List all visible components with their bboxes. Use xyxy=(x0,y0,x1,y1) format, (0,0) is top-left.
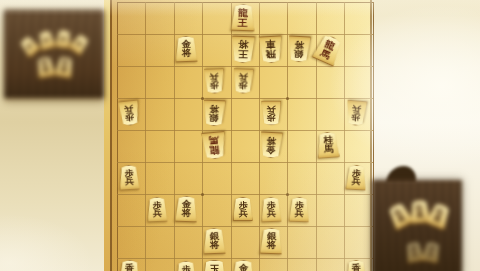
piece-kanji: 銀 xyxy=(209,113,219,122)
komadai-gote: 歩歩歩歩香車香車 xyxy=(4,9,104,99)
piece-kanji: 兵 xyxy=(267,105,276,113)
piece-kanji: 兵 xyxy=(267,209,276,218)
piece-kanji: 兵 xyxy=(411,251,419,259)
sente-gold-77[interactable]: 金将 xyxy=(174,196,197,223)
hand-lance: 香車 xyxy=(54,56,74,79)
sente-lance-19[interactable]: 香車 xyxy=(345,260,367,271)
piece-kanji: 歩 xyxy=(42,36,50,44)
piece-kanji: 歩 xyxy=(25,41,34,50)
piece-kanji: 兵 xyxy=(238,73,247,82)
hand-lance: 香車 xyxy=(35,56,55,79)
sente-gold-72[interactable]: 金将 xyxy=(174,36,197,63)
piece-kanji: 車 xyxy=(266,39,277,49)
piece-kanji: 将 xyxy=(181,209,191,218)
piece-kanji: 将 xyxy=(181,49,191,58)
gote-pawn-94[interactable]: 歩兵 xyxy=(118,100,141,127)
piece-kanji: 金 xyxy=(238,264,248,271)
sente-pawn-57[interactable]: 歩兵 xyxy=(233,197,254,222)
gote-king-52[interactable]: 王将 xyxy=(230,35,255,63)
sente-pawn-79[interactable]: 歩兵 xyxy=(175,260,196,271)
sente-horse-22[interactable]: 龍馬 xyxy=(312,32,345,66)
piece-kanji: 兵 xyxy=(295,209,304,218)
piece-kanji: 兵 xyxy=(124,104,134,113)
piece-kanji: 歩 xyxy=(60,35,68,42)
piece-kanji: 馬 xyxy=(323,145,333,154)
komadai-sente: 桂馬桂馬桂馬歩兵歩兵 xyxy=(372,180,462,271)
gote-rook-42[interactable]: 飛車 xyxy=(259,35,284,63)
piece-kanji: 車 xyxy=(42,66,50,74)
piece-kanji: 王 xyxy=(237,17,247,27)
gote-silver-64[interactable]: 銀将 xyxy=(203,100,226,127)
gote-pawn-53[interactable]: 歩兵 xyxy=(232,68,253,93)
sente-pawn-96[interactable]: 歩兵 xyxy=(118,164,140,190)
gote-pawn-63[interactable]: 歩兵 xyxy=(204,68,225,93)
sente-lance-99[interactable]: 香車 xyxy=(118,260,140,271)
sente-gold-59[interactable]: 金将 xyxy=(231,260,254,271)
sente-silver-68[interactable]: 銀将 xyxy=(203,228,226,255)
hand-piece: 歩 xyxy=(37,29,56,50)
gote-horse-65[interactable]: 龍馬 xyxy=(201,131,227,160)
piece-kanji: 将 xyxy=(266,136,276,145)
piece-kanji: 兵 xyxy=(426,251,435,259)
piece-kanji: 将 xyxy=(266,241,276,250)
sente-silver-48[interactable]: 銀将 xyxy=(259,228,282,255)
piece-kanji: 歩 xyxy=(181,265,190,271)
piece-kanji: 将 xyxy=(210,241,220,250)
piece-kanji: 香 xyxy=(125,264,134,271)
piece-kanji: 将 xyxy=(210,104,220,113)
sente-dragon-51[interactable]: 龍王 xyxy=(230,3,255,31)
sente-king-69[interactable]: 玉将 xyxy=(202,260,226,271)
gote-gold-45[interactable]: 金将 xyxy=(259,131,283,158)
hand-pawn: 歩兵 xyxy=(421,240,442,263)
piece-kanji: 兵 xyxy=(210,73,219,82)
piece-kanji: 将 xyxy=(238,40,248,50)
piece-kanji: 車 xyxy=(60,66,68,74)
sente-pawn-37[interactable]: 歩兵 xyxy=(289,196,310,221)
piece-kanji: 歩 xyxy=(75,39,84,48)
piece-kanji: 兵 xyxy=(153,209,162,218)
anime-shogi-scene: 龍王金将王将飛車銀将龍馬歩兵歩兵歩兵銀将歩兵歩兵龍馬金将桂馬歩兵歩兵歩兵金将歩兵… xyxy=(0,0,480,271)
piece-kanji: 馬 xyxy=(209,135,220,145)
piece-kanji: 馬 xyxy=(416,211,424,219)
piece-kanji: 香 xyxy=(352,264,361,271)
piece-kanji: 将 xyxy=(295,40,305,49)
gote-pawn-14[interactable]: 歩兵 xyxy=(345,100,368,126)
piece-kanji: 兵 xyxy=(238,209,247,217)
piece-kanji: 玉 xyxy=(209,264,219,271)
gote-pawn-44[interactable]: 歩兵 xyxy=(261,101,282,126)
hand-piece: 歩 xyxy=(68,32,91,55)
sente-pawn-16[interactable]: 歩兵 xyxy=(346,164,368,190)
sente-knight-25[interactable]: 桂馬 xyxy=(316,132,340,159)
sente-pawn-47[interactable]: 歩兵 xyxy=(261,196,282,221)
piece-kanji: 馬 xyxy=(433,214,443,224)
piece-kanji: 兵 xyxy=(352,177,361,186)
gote-silver-32[interactable]: 銀将 xyxy=(288,35,312,62)
piece-kanji: 兵 xyxy=(352,104,362,113)
sente-pawn-87[interactable]: 歩兵 xyxy=(147,196,168,221)
piece-kanji: 兵 xyxy=(125,177,134,186)
piece-kanji: 馬 xyxy=(396,214,406,224)
piece-kanji: 馬 xyxy=(320,47,333,60)
